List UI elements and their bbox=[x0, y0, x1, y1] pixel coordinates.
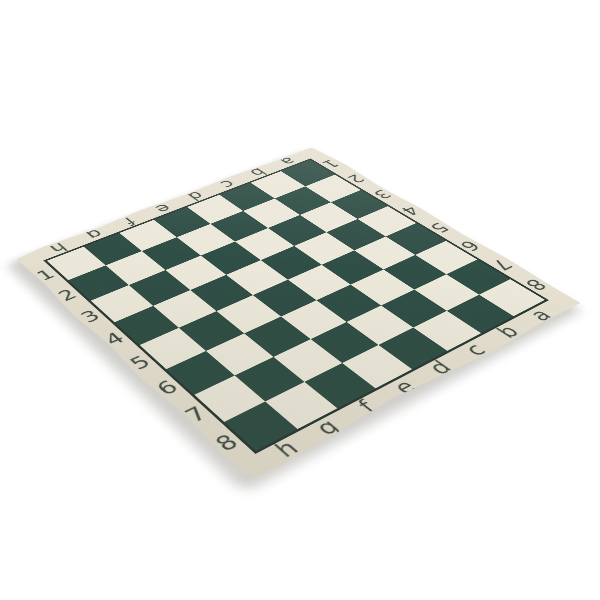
board-frame bbox=[43, 158, 549, 454]
product-photo-stage: 12345678 12345678 abcdefgh abcdefgh bbox=[0, 0, 600, 600]
board-grid bbox=[47, 160, 545, 451]
chessboard-mat: 12345678 12345678 abcdefgh abcdefgh bbox=[12, 145, 585, 483]
